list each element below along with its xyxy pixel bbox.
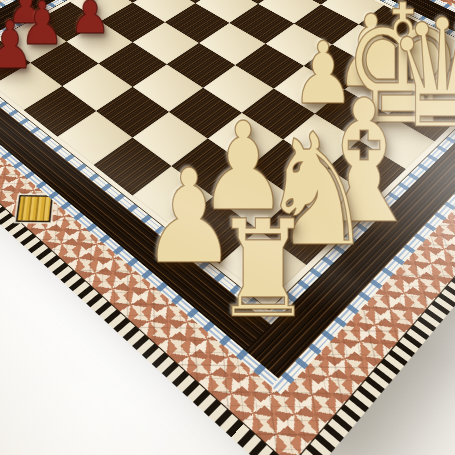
piece-red-pawn-a4[interactable]: ♟ <box>69 0 110 42</box>
yellow-motif-icon <box>16 195 53 222</box>
piece-red-pawn-a2[interactable]: ♟ <box>0 13 34 79</box>
chessboard-photo-scene: ♟♚♛♟♟♟♟♝♟♟♞♟♜ <box>0 0 455 455</box>
piece-white-rook-h1[interactable]: ♜ <box>213 202 312 337</box>
